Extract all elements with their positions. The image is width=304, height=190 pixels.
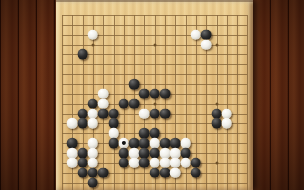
grid-line-horizontal: [62, 64, 247, 65]
white-stone[interactable]: [170, 167, 181, 178]
black-stone[interactable]: [149, 167, 160, 178]
black-stone[interactable]: [129, 98, 140, 109]
black-stone[interactable]: [160, 167, 171, 178]
grid-line-vertical: [247, 15, 248, 190]
black-stone[interactable]: [77, 49, 88, 60]
black-stone[interactable]: [211, 118, 222, 129]
hoshi-point: [153, 102, 156, 105]
hoshi-point: [215, 161, 218, 164]
white-stone[interactable]: [67, 158, 78, 169]
grid-line-horizontal: [62, 15, 247, 16]
black-stone[interactable]: [129, 79, 140, 90]
hoshi-point: [215, 102, 218, 105]
black-stone[interactable]: [108, 138, 119, 149]
white-stone[interactable]: [129, 158, 140, 169]
black-stone[interactable]: [149, 89, 160, 100]
black-stone[interactable]: [118, 98, 129, 109]
black-stone[interactable]: [98, 167, 109, 178]
white-stone[interactable]: [139, 108, 150, 119]
hoshi-point: [215, 43, 218, 46]
white-stone[interactable]: [88, 118, 99, 129]
go-board[interactable]: [56, 0, 253, 190]
black-stone[interactable]: [191, 167, 202, 178]
white-stone[interactable]: [67, 118, 78, 129]
hoshi-point: [91, 43, 94, 46]
hoshi-point: [153, 43, 156, 46]
black-stone[interactable]: [88, 177, 99, 188]
white-stone[interactable]: [201, 39, 212, 50]
screenshot-root: { "game": "go", "board_size": 19, "posit…: [0, 0, 304, 190]
black-stone[interactable]: [77, 118, 88, 129]
white-stone[interactable]: [88, 29, 99, 40]
grid-line-horizontal: [62, 74, 247, 75]
black-stone[interactable]: [118, 158, 129, 169]
grid-line-horizontal: [62, 25, 247, 26]
black-stone[interactable]: [160, 89, 171, 100]
white-stone[interactable]: [191, 29, 202, 40]
black-stone[interactable]: [149, 108, 160, 119]
grid-line-horizontal: [62, 84, 247, 85]
white-stone[interactable]: [180, 158, 191, 169]
board-top-shadow: [56, 0, 253, 2]
black-stone[interactable]: [160, 108, 171, 119]
black-stone[interactable]: [139, 89, 150, 100]
black-stone[interactable]: [98, 108, 109, 119]
black-stone[interactable]: [77, 167, 88, 178]
black-stone[interactable]: [139, 158, 150, 169]
last-move-marker: [122, 141, 126, 145]
grid-line-horizontal: [62, 54, 247, 55]
white-stone[interactable]: [221, 118, 232, 129]
